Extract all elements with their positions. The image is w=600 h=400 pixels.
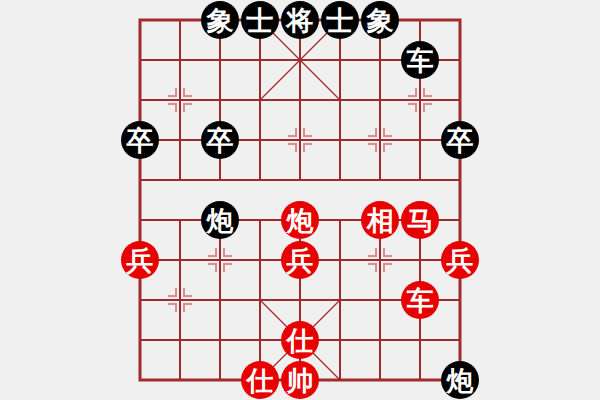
piece-black-soldier[interactable]: 卒 [121,121,159,159]
piece-red-general[interactable]: 帅 [281,361,319,399]
piece-black-elephant[interactable]: 象 [361,1,399,39]
piece-black-chariot[interactable]: 车 [401,41,439,79]
piece-red-soldier[interactable]: 兵 [441,241,479,279]
piece-black-advisor[interactable]: 士 [321,1,359,39]
piece-red-soldier[interactable]: 兵 [281,241,319,279]
piece-black-cannon[interactable]: 炮 [441,361,479,399]
piece-red-advisor[interactable]: 仕 [241,361,279,399]
piece-black-general[interactable]: 将 [281,1,319,39]
piece-red-advisor[interactable]: 仕 [281,321,319,359]
piece-red-horse[interactable]: 马 [401,201,439,239]
piece-black-elephant[interactable]: 象 [201,1,239,39]
piece-black-soldier[interactable]: 卒 [201,121,239,159]
xiangqi-board[interactable]: 象士将士象车卒卒卒炮炮相马兵兵兵车仕仕帅炮 [0,0,600,400]
piece-black-advisor[interactable]: 士 [241,1,279,39]
piece-red-elephant[interactable]: 相 [361,201,399,239]
piece-red-chariot[interactable]: 车 [401,281,439,319]
piece-black-soldier[interactable]: 卒 [441,121,479,159]
piece-red-soldier[interactable]: 兵 [121,241,159,279]
piece-red-cannon[interactable]: 炮 [281,201,319,239]
piece-black-cannon[interactable]: 炮 [201,201,239,239]
